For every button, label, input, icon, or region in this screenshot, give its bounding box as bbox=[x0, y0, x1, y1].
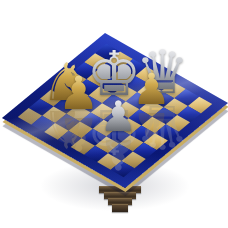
leg-step bbox=[112, 204, 128, 212]
board-leg bbox=[99, 186, 141, 211]
product-photo-stage: ♞♞♟♟♚♚♟♟♛♛♟♟ bbox=[0, 0, 228, 228]
